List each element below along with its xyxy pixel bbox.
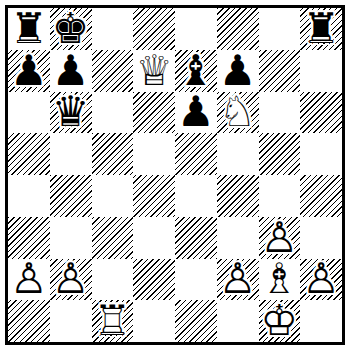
- white-bishop-glyph: ♗: [261, 258, 299, 300]
- square-g8[interactable]: [259, 8, 301, 50]
- square-g6[interactable]: [259, 92, 301, 134]
- black-pawn-glyph: ♟: [10, 50, 48, 92]
- black-pawn-glyph: ♟: [177, 91, 215, 133]
- white-pawn-glyph: ♙: [302, 258, 340, 300]
- square-d1[interactable]: [133, 300, 175, 342]
- square-b2[interactable]: ♟♙: [50, 259, 92, 301]
- piece-black-pawn[interactable]: ♟♟: [217, 50, 259, 92]
- square-e5[interactable]: [175, 133, 217, 175]
- square-c6[interactable]: [92, 92, 134, 134]
- white-rook-glyph: ♖: [94, 300, 132, 342]
- white-pawn-glyph: ♙: [261, 217, 299, 259]
- square-h6[interactable]: [300, 92, 342, 134]
- square-h7[interactable]: [300, 50, 342, 92]
- square-h3[interactable]: [300, 217, 342, 259]
- square-b1[interactable]: [50, 300, 92, 342]
- square-e3[interactable]: [175, 217, 217, 259]
- square-d4[interactable]: [133, 175, 175, 217]
- square-g5[interactable]: [259, 133, 301, 175]
- piece-white-bishop[interactable]: ♝♗: [259, 259, 301, 301]
- square-h4[interactable]: [300, 175, 342, 217]
- square-a1[interactable]: [8, 300, 50, 342]
- chess-board: ♜♜♚♚♜♜♟♟♟♟♛♕♝♝♟♟♛♛♟♟♞♘♟♙♟♙♟♙♟♙♝♗♟♙♜♖♚♔: [5, 5, 345, 345]
- square-f4[interactable]: [217, 175, 259, 217]
- square-a5[interactable]: [8, 133, 50, 175]
- square-f7[interactable]: ♟♟: [217, 50, 259, 92]
- square-a2[interactable]: ♟♙: [8, 259, 50, 301]
- square-g3[interactable]: ♟♙: [259, 217, 301, 259]
- piece-black-pawn[interactable]: ♟♟: [175, 92, 217, 134]
- piece-white-pawn[interactable]: ♟♙: [259, 217, 301, 259]
- square-a6[interactable]: [8, 92, 50, 134]
- square-c1[interactable]: ♜♖: [92, 300, 134, 342]
- white-queen-glyph: ♕: [135, 50, 173, 92]
- white-pawn-glyph: ♙: [219, 258, 257, 300]
- piece-black-pawn[interactable]: ♟♟: [8, 50, 50, 92]
- black-pawn-glyph: ♟: [219, 50, 257, 92]
- square-f1[interactable]: [217, 300, 259, 342]
- square-f5[interactable]: [217, 133, 259, 175]
- square-e4[interactable]: [175, 175, 217, 217]
- square-d2[interactable]: [133, 259, 175, 301]
- black-rook-glyph: ♜: [302, 8, 340, 50]
- white-knight-glyph: ♘: [219, 91, 257, 133]
- square-c2[interactable]: [92, 259, 134, 301]
- piece-white-king[interactable]: ♚♔: [259, 300, 301, 342]
- square-d8[interactable]: [133, 8, 175, 50]
- square-d3[interactable]: [133, 217, 175, 259]
- square-f2[interactable]: ♟♙: [217, 259, 259, 301]
- square-h5[interactable]: [300, 133, 342, 175]
- piece-white-pawn[interactable]: ♟♙: [300, 259, 342, 301]
- piece-white-pawn[interactable]: ♟♙: [217, 259, 259, 301]
- square-c4[interactable]: [92, 175, 134, 217]
- square-g1[interactable]: ♚♔: [259, 300, 301, 342]
- piece-black-rook[interactable]: ♜♜: [8, 8, 50, 50]
- white-pawn-glyph: ♙: [52, 258, 90, 300]
- square-e8[interactable]: [175, 8, 217, 50]
- square-h2[interactable]: ♟♙: [300, 259, 342, 301]
- piece-white-pawn[interactable]: ♟♙: [8, 259, 50, 301]
- piece-white-pawn[interactable]: ♟♙: [50, 259, 92, 301]
- square-c3[interactable]: [92, 217, 134, 259]
- piece-black-queen[interactable]: ♛♛: [50, 92, 92, 134]
- square-d5[interactable]: [133, 133, 175, 175]
- square-b6[interactable]: ♛♛: [50, 92, 92, 134]
- square-b5[interactable]: [50, 133, 92, 175]
- square-a8[interactable]: ♜♜: [8, 8, 50, 50]
- black-pawn-glyph: ♟: [52, 50, 90, 92]
- square-f6[interactable]: ♞♘: [217, 92, 259, 134]
- square-a7[interactable]: ♟♟: [8, 50, 50, 92]
- black-king-glyph: ♚: [52, 8, 90, 50]
- black-rook-glyph: ♜: [10, 8, 48, 50]
- square-a4[interactable]: [8, 175, 50, 217]
- black-bishop-glyph: ♝: [177, 50, 215, 92]
- piece-black-bishop[interactable]: ♝♝: [175, 50, 217, 92]
- square-b8[interactable]: ♚♚: [50, 8, 92, 50]
- square-e2[interactable]: [175, 259, 217, 301]
- square-f3[interactable]: [217, 217, 259, 259]
- square-c8[interactable]: [92, 8, 134, 50]
- square-e6[interactable]: ♟♟: [175, 92, 217, 134]
- piece-black-rook[interactable]: ♜♜: [300, 8, 342, 50]
- piece-black-king[interactable]: ♚♚: [50, 8, 92, 50]
- piece-white-knight[interactable]: ♞♘: [217, 92, 259, 134]
- square-g7[interactable]: [259, 50, 301, 92]
- square-e1[interactable]: [175, 300, 217, 342]
- square-d7[interactable]: ♛♕: [133, 50, 175, 92]
- square-d6[interactable]: [133, 92, 175, 134]
- white-pawn-glyph: ♙: [10, 258, 48, 300]
- square-f8[interactable]: [217, 8, 259, 50]
- white-king-glyph: ♔: [261, 300, 299, 342]
- black-queen-glyph: ♛: [52, 91, 90, 133]
- square-b4[interactable]: [50, 175, 92, 217]
- piece-white-rook[interactable]: ♜♖: [92, 300, 134, 342]
- piece-black-pawn[interactable]: ♟♟: [50, 50, 92, 92]
- square-g2[interactable]: ♝♗: [259, 259, 301, 301]
- square-h8[interactable]: ♜♜: [300, 8, 342, 50]
- square-h1[interactable]: [300, 300, 342, 342]
- square-b7[interactable]: ♟♟: [50, 50, 92, 92]
- square-a3[interactable]: [8, 217, 50, 259]
- piece-white-queen[interactable]: ♛♕: [133, 50, 175, 92]
- square-b3[interactable]: [50, 217, 92, 259]
- square-c7[interactable]: [92, 50, 134, 92]
- square-c5[interactable]: [92, 133, 134, 175]
- chess-diagram: ♜♜♚♚♜♜♟♟♟♟♛♕♝♝♟♟♛♛♟♟♞♘♟♙♟♙♟♙♟♙♝♗♟♙♜♖♚♔: [0, 0, 350, 350]
- square-g4[interactable]: [259, 175, 301, 217]
- square-e7[interactable]: ♝♝: [175, 50, 217, 92]
